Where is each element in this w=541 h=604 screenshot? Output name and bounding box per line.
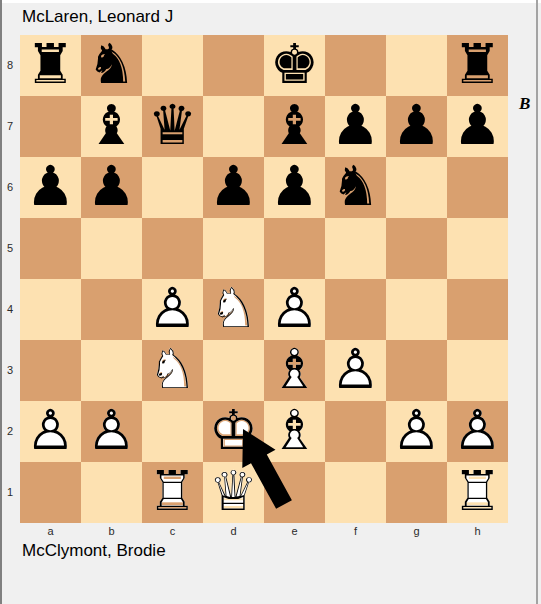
square-g1[interactable] — [386, 462, 447, 523]
square-b1[interactable] — [81, 462, 142, 523]
square-c4[interactable]: ♟♙ — [142, 279, 203, 340]
square-h4[interactable] — [447, 279, 508, 340]
white-king[interactable]: ♚♔ — [203, 401, 264, 462]
square-e1[interactable] — [264, 462, 325, 523]
square-b3[interactable] — [81, 340, 142, 401]
square-a6[interactable]: ♟ — [20, 157, 81, 218]
file-label-b: b — [81, 524, 142, 539]
square-c8[interactable] — [142, 35, 203, 96]
board: ♜♞♚♜♝♛♝♟♟♟♟♟♟♟♞♟♙♞♘♟♙♞♘♝♗♟♙♟♙♟♙♚♔♝♗♟♙♟♙♜… — [20, 35, 508, 523]
white-rook[interactable]: ♜♖ — [447, 462, 508, 523]
square-g7[interactable]: ♟ — [386, 96, 447, 157]
square-d1[interactable]: ♛♕ — [203, 462, 264, 523]
square-h1[interactable]: ♜♖ — [447, 462, 508, 523]
square-a5[interactable] — [20, 218, 81, 279]
player-name-bottom: McClymont, Brodie — [22, 541, 166, 561]
square-b4[interactable] — [81, 279, 142, 340]
white-pawn[interactable]: ♟♙ — [20, 401, 81, 462]
square-e8[interactable]: ♚ — [264, 35, 325, 96]
rank-label-4: 4 — [0, 279, 20, 340]
file-label-d: d — [203, 524, 264, 539]
square-h3[interactable] — [447, 340, 508, 401]
square-b2[interactable]: ♟♙ — [81, 401, 142, 462]
square-e6[interactable]: ♟ — [264, 157, 325, 218]
square-g6[interactable] — [386, 157, 447, 218]
black-pawn[interactable]: ♟ — [447, 96, 508, 157]
square-d6[interactable]: ♟ — [203, 157, 264, 218]
window-edge-top — [2, 0, 541, 3]
rank-label-5: 5 — [0, 218, 20, 279]
square-h8[interactable]: ♜ — [447, 35, 508, 96]
black-pawn[interactable]: ♟ — [20, 157, 81, 218]
square-g2[interactable]: ♟♙ — [386, 401, 447, 462]
square-g4[interactable] — [386, 279, 447, 340]
file-label-c: c — [142, 524, 203, 539]
square-h6[interactable] — [447, 157, 508, 218]
white-knight[interactable]: ♞♘ — [203, 279, 264, 340]
white-pawn[interactable]: ♟♙ — [142, 279, 203, 340]
white-pawn[interactable]: ♟♙ — [325, 340, 386, 401]
white-bishop[interactable]: ♝♗ — [264, 401, 325, 462]
black-bishop[interactable]: ♝ — [264, 96, 325, 157]
file-label-g: g — [386, 524, 447, 539]
side-to-move-indicator: B — [519, 94, 530, 114]
square-b7[interactable]: ♝ — [81, 96, 142, 157]
square-a4[interactable] — [20, 279, 81, 340]
square-g3[interactable] — [386, 340, 447, 401]
rank-label-2: 2 — [0, 401, 20, 462]
rank-label-7: 7 — [0, 96, 20, 157]
white-pawn[interactable]: ♟♙ — [386, 401, 447, 462]
square-c5[interactable] — [142, 218, 203, 279]
white-bishop[interactable]: ♝♗ — [264, 340, 325, 401]
square-c3[interactable]: ♞♘ — [142, 340, 203, 401]
square-b6[interactable]: ♟ — [81, 157, 142, 218]
square-a8[interactable]: ♜ — [20, 35, 81, 96]
window-edge-right — [536, 0, 538, 604]
square-h7[interactable]: ♟ — [447, 96, 508, 157]
file-label-a: a — [20, 524, 81, 539]
black-knight[interactable]: ♞ — [325, 157, 386, 218]
rank-label-6: 6 — [0, 157, 20, 218]
black-pawn[interactable]: ♟ — [325, 96, 386, 157]
square-f5[interactable] — [325, 218, 386, 279]
square-a7[interactable] — [20, 96, 81, 157]
square-e5[interactable] — [264, 218, 325, 279]
square-b8[interactable]: ♞ — [81, 35, 142, 96]
black-bishop[interactable]: ♝ — [81, 96, 142, 157]
player-name-top: McLaren, Leonard J — [22, 7, 173, 27]
file-label-f: f — [325, 524, 386, 539]
black-king[interactable]: ♚ — [264, 35, 325, 96]
square-c7[interactable]: ♛ — [142, 96, 203, 157]
file-label-h: h — [447, 524, 508, 539]
square-e3[interactable]: ♝♗ — [264, 340, 325, 401]
black-rook[interactable]: ♜ — [20, 35, 81, 96]
square-g8[interactable] — [386, 35, 447, 96]
square-f4[interactable] — [325, 279, 386, 340]
file-labels: abcdefgh — [20, 524, 508, 539]
square-a3[interactable] — [20, 340, 81, 401]
rank-label-3: 3 — [0, 340, 20, 401]
square-d3[interactable] — [203, 340, 264, 401]
square-f2[interactable] — [325, 401, 386, 462]
white-rook[interactable]: ♜♖ — [142, 462, 203, 523]
black-pawn[interactable]: ♟ — [203, 157, 264, 218]
square-e2[interactable]: ♝♗ — [264, 401, 325, 462]
square-c1[interactable]: ♜♖ — [142, 462, 203, 523]
square-h5[interactable] — [447, 218, 508, 279]
square-f1[interactable] — [325, 462, 386, 523]
square-f7[interactable]: ♟ — [325, 96, 386, 157]
square-d4[interactable]: ♞♘ — [203, 279, 264, 340]
rank-label-8: 8 — [0, 35, 20, 96]
black-queen[interactable]: ♛ — [142, 96, 203, 157]
square-h2[interactable]: ♟♙ — [447, 401, 508, 462]
square-f6[interactable]: ♞ — [325, 157, 386, 218]
square-b5[interactable] — [81, 218, 142, 279]
black-pawn[interactable]: ♟ — [264, 157, 325, 218]
white-pawn[interactable]: ♟♙ — [81, 401, 142, 462]
square-e7[interactable]: ♝ — [264, 96, 325, 157]
square-e4[interactable]: ♟♙ — [264, 279, 325, 340]
black-pawn[interactable]: ♟ — [81, 157, 142, 218]
square-a2[interactable]: ♟♙ — [20, 401, 81, 462]
black-rook[interactable]: ♜ — [447, 35, 508, 96]
square-d8[interactable] — [203, 35, 264, 96]
file-label-e: e — [264, 524, 325, 539]
square-g5[interactable] — [386, 218, 447, 279]
white-pawn[interactable]: ♟♙ — [447, 401, 508, 462]
square-c6[interactable] — [142, 157, 203, 218]
white-queen[interactable]: ♛♕ — [203, 462, 264, 523]
square-d5[interactable] — [203, 218, 264, 279]
square-a1[interactable] — [20, 462, 81, 523]
black-knight[interactable]: ♞ — [81, 35, 142, 96]
square-d2[interactable]: ♚♔ — [203, 401, 264, 462]
black-pawn[interactable]: ♟ — [386, 96, 447, 157]
white-pawn[interactable]: ♟♙ — [264, 279, 325, 340]
rank-labels: 87654321 — [0, 35, 20, 523]
square-d7[interactable] — [203, 96, 264, 157]
square-f8[interactable] — [325, 35, 386, 96]
white-knight[interactable]: ♞♘ — [142, 340, 203, 401]
square-c2[interactable] — [142, 401, 203, 462]
square-f3[interactable]: ♟♙ — [325, 340, 386, 401]
rank-label-1: 1 — [0, 462, 20, 523]
